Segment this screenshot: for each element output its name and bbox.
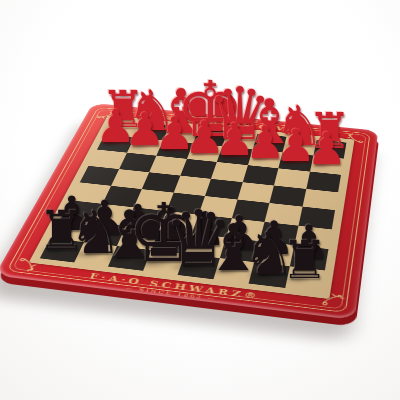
square: [213, 258, 254, 284]
square: [249, 262, 290, 288]
product-photo-stage: F·A·O SCHWARZ® — SINCE 1862 — F·A·O SCHW…: [0, 0, 400, 400]
square: [285, 266, 325, 292]
